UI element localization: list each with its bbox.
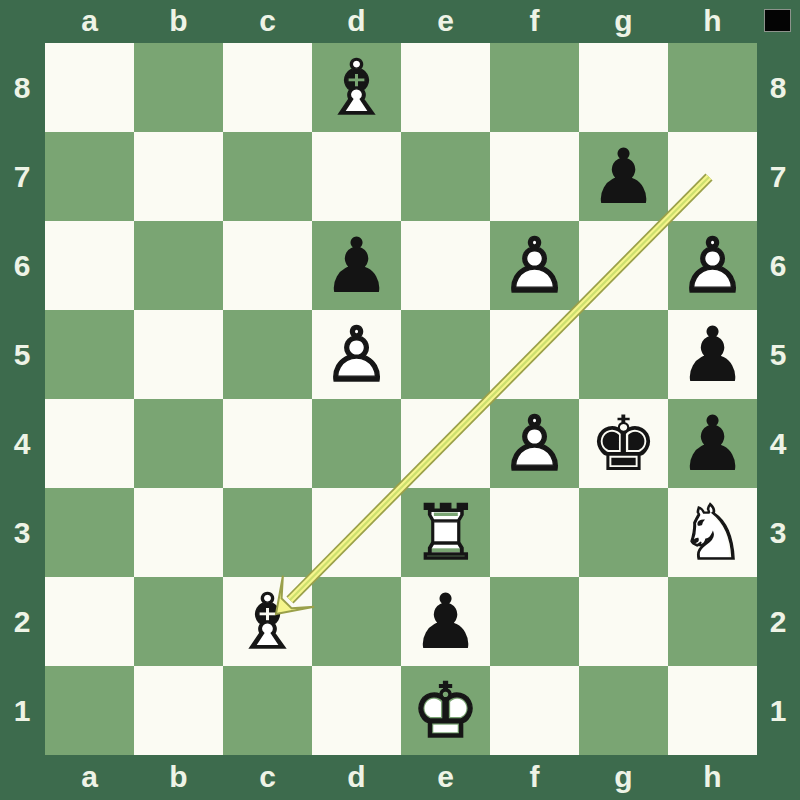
square-g6[interactable] (579, 221, 668, 310)
chess-diagram: ♝♗♟♟♟♙♟♙♟♙♟♟♙♚♟♜♖♞♘♝♗♟♚♔ aabbccddeeffggh… (0, 0, 800, 800)
white-knight-outline-glyph: ♘ (668, 488, 757, 577)
file-label-top-h: h (703, 6, 721, 36)
square-h1[interactable] (668, 666, 757, 755)
rank-label-right-7: 7 (770, 162, 787, 192)
square-e5[interactable] (401, 310, 490, 399)
square-g3[interactable] (579, 488, 668, 577)
rank-label-left-3: 3 (14, 518, 31, 548)
rank-label-left-2: 2 (14, 607, 31, 637)
black-pawn-glyph: ♟ (312, 221, 401, 310)
square-c6[interactable] (223, 221, 312, 310)
black-pawn-glyph: ♟ (668, 399, 757, 488)
file-label-top-b: b (169, 6, 187, 36)
square-b1[interactable] (134, 666, 223, 755)
square-f1[interactable] (490, 666, 579, 755)
square-g1[interactable] (579, 666, 668, 755)
piece-black-king-g4[interactable]: ♚ (579, 399, 668, 488)
rank-label-right-1: 1 (770, 696, 787, 726)
square-a1[interactable] (45, 666, 134, 755)
file-label-bottom-h: h (703, 762, 721, 792)
rank-label-right-3: 3 (770, 518, 787, 548)
square-e6[interactable] (401, 221, 490, 310)
white-pawn-outline-glyph: ♙ (490, 221, 579, 310)
piece-white-pawn-d5[interactable]: ♟♙ (312, 310, 401, 399)
file-label-top-f: f (530, 6, 540, 36)
square-e7[interactable] (401, 132, 490, 221)
square-e8[interactable] (401, 43, 490, 132)
file-label-top-c: c (259, 6, 276, 36)
square-a5[interactable] (45, 310, 134, 399)
piece-black-pawn-h4[interactable]: ♟ (668, 399, 757, 488)
piece-white-knight-h3[interactable]: ♞♘ (668, 488, 757, 577)
square-b7[interactable] (134, 132, 223, 221)
square-b2[interactable] (134, 577, 223, 666)
white-bishop-outline-glyph: ♗ (312, 43, 401, 132)
rank-label-right-5: 5 (770, 340, 787, 370)
white-rook-outline-glyph: ♖ (401, 488, 490, 577)
file-label-top-e: e (437, 6, 454, 36)
file-label-bottom-c: c (259, 762, 276, 792)
square-f7[interactable] (490, 132, 579, 221)
file-label-top-g: g (614, 6, 632, 36)
file-label-bottom-d: d (347, 762, 365, 792)
file-label-bottom-b: b (169, 762, 187, 792)
rank-label-left-8: 8 (14, 73, 31, 103)
piece-white-bishop-c2[interactable]: ♝♗ (223, 577, 312, 666)
piece-black-pawn-d6[interactable]: ♟ (312, 221, 401, 310)
square-a3[interactable] (45, 488, 134, 577)
square-h7[interactable] (668, 132, 757, 221)
black-to-move-indicator (764, 9, 791, 32)
file-label-bottom-a: a (81, 762, 98, 792)
piece-white-king-e1[interactable]: ♚♔ (401, 666, 490, 755)
white-pawn-outline-glyph: ♙ (668, 221, 757, 310)
piece-white-pawn-f4[interactable]: ♟♙ (490, 399, 579, 488)
white-pawn-outline-glyph: ♙ (312, 310, 401, 399)
square-f2[interactable] (490, 577, 579, 666)
square-g8[interactable] (579, 43, 668, 132)
black-pawn-glyph: ♟ (401, 577, 490, 666)
square-c4[interactable] (223, 399, 312, 488)
square-d4[interactable] (312, 399, 401, 488)
black-pawn-glyph: ♟ (668, 310, 757, 399)
square-b6[interactable] (134, 221, 223, 310)
black-pawn-glyph: ♟ (579, 132, 668, 221)
rank-label-right-2: 2 (770, 607, 787, 637)
rank-label-left-1: 1 (14, 696, 31, 726)
rank-label-left-7: 7 (14, 162, 31, 192)
square-a2[interactable] (45, 577, 134, 666)
white-bishop-outline-glyph: ♗ (223, 577, 312, 666)
piece-black-pawn-e2[interactable]: ♟ (401, 577, 490, 666)
rank-label-left-6: 6 (14, 251, 31, 281)
square-f3[interactable] (490, 488, 579, 577)
square-c5[interactable] (223, 310, 312, 399)
piece-black-pawn-h5[interactable]: ♟ (668, 310, 757, 399)
square-e4[interactable] (401, 399, 490, 488)
piece-white-rook-e3[interactable]: ♜♖ (401, 488, 490, 577)
rank-label-right-8: 8 (770, 73, 787, 103)
white-king-outline-glyph: ♔ (401, 666, 490, 755)
square-f5[interactable] (490, 310, 579, 399)
rank-label-left-4: 4 (14, 429, 31, 459)
square-a7[interactable] (45, 132, 134, 221)
square-h8[interactable] (668, 43, 757, 132)
rank-label-right-4: 4 (770, 429, 787, 459)
square-a8[interactable] (45, 43, 134, 132)
square-g2[interactable] (579, 577, 668, 666)
file-label-bottom-f: f (530, 762, 540, 792)
square-h2[interactable] (668, 577, 757, 666)
file-label-bottom-g: g (614, 762, 632, 792)
square-f8[interactable] (490, 43, 579, 132)
square-d7[interactable] (312, 132, 401, 221)
square-a4[interactable] (45, 399, 134, 488)
piece-black-pawn-g7[interactable]: ♟ (579, 132, 668, 221)
square-c1[interactable] (223, 666, 312, 755)
white-pawn-outline-glyph: ♙ (490, 399, 579, 488)
square-d2[interactable] (312, 577, 401, 666)
square-c8[interactable] (223, 43, 312, 132)
square-d1[interactable] (312, 666, 401, 755)
square-b3[interactable] (134, 488, 223, 577)
piece-white-pawn-h6[interactable]: ♟♙ (668, 221, 757, 310)
square-b4[interactable] (134, 399, 223, 488)
square-b5[interactable] (134, 310, 223, 399)
piece-white-pawn-f6[interactable]: ♟♙ (490, 221, 579, 310)
black-king-glyph: ♚ (579, 399, 668, 488)
square-c7[interactable] (223, 132, 312, 221)
file-label-top-d: d (347, 6, 365, 36)
rank-label-left-5: 5 (14, 340, 31, 370)
file-label-top-a: a (81, 6, 98, 36)
file-label-bottom-e: e (437, 762, 454, 792)
square-c3[interactable] (223, 488, 312, 577)
square-d3[interactable] (312, 488, 401, 577)
rank-label-right-6: 6 (770, 251, 787, 281)
square-g5[interactable] (579, 310, 668, 399)
square-b8[interactable] (134, 43, 223, 132)
square-a6[interactable] (45, 221, 134, 310)
piece-white-bishop-d8[interactable]: ♝♗ (312, 43, 401, 132)
